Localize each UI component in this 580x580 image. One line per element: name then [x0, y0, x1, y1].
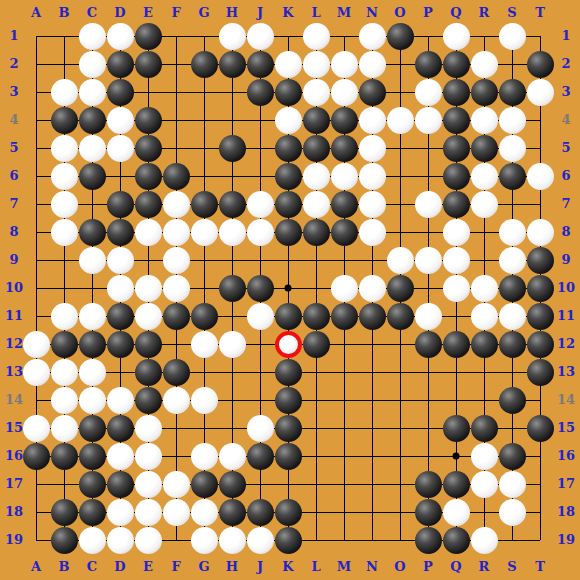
- intersection-J19[interactable]: [246, 526, 274, 554]
- intersection-A19[interactable]: [22, 526, 50, 554]
- intersection-P5[interactable]: [414, 134, 442, 162]
- intersection-B3[interactable]: [50, 78, 78, 106]
- intersection-Q4[interactable]: [442, 106, 470, 134]
- intersection-L9[interactable]: [302, 246, 330, 274]
- intersection-C16[interactable]: [78, 442, 106, 470]
- intersection-O3[interactable]: [386, 78, 414, 106]
- intersection-F7[interactable]: [162, 190, 190, 218]
- intersection-D6[interactable]: [106, 162, 134, 190]
- intersection-O6[interactable]: [386, 162, 414, 190]
- intersection-S6[interactable]: [498, 162, 526, 190]
- intersection-M18[interactable]: [330, 498, 358, 526]
- intersection-E13[interactable]: [134, 358, 162, 386]
- intersection-D12[interactable]: [106, 330, 134, 358]
- intersection-E19[interactable]: [134, 526, 162, 554]
- intersection-B17[interactable]: [50, 470, 78, 498]
- intersection-M12[interactable]: [330, 330, 358, 358]
- intersection-C6[interactable]: [78, 162, 106, 190]
- intersection-T9[interactable]: [526, 246, 554, 274]
- intersection-H19[interactable]: [218, 526, 246, 554]
- intersection-O8[interactable]: [386, 218, 414, 246]
- intersection-J16[interactable]: [246, 442, 274, 470]
- intersection-A9[interactable]: [22, 246, 50, 274]
- intersection-G7[interactable]: [190, 190, 218, 218]
- intersection-C13[interactable]: [78, 358, 106, 386]
- intersection-D16[interactable]: [106, 442, 134, 470]
- intersection-H10[interactable]: [218, 274, 246, 302]
- intersection-F1[interactable]: [162, 22, 190, 50]
- intersection-H18[interactable]: [218, 498, 246, 526]
- intersection-H17[interactable]: [218, 470, 246, 498]
- intersection-S15[interactable]: [498, 414, 526, 442]
- intersection-J4[interactable]: [246, 106, 274, 134]
- intersection-N18[interactable]: [358, 498, 386, 526]
- intersection-A16[interactable]: [22, 442, 50, 470]
- intersection-D1[interactable]: [106, 22, 134, 50]
- intersection-B9[interactable]: [50, 246, 78, 274]
- intersection-E2[interactable]: [134, 50, 162, 78]
- intersection-D4[interactable]: [106, 106, 134, 134]
- intersection-M7[interactable]: [330, 190, 358, 218]
- intersection-B18[interactable]: [50, 498, 78, 526]
- intersection-T3[interactable]: [526, 78, 554, 106]
- intersection-L13[interactable]: [302, 358, 330, 386]
- intersection-O13[interactable]: [386, 358, 414, 386]
- intersection-H13[interactable]: [218, 358, 246, 386]
- intersection-F2[interactable]: [162, 50, 190, 78]
- intersection-S4[interactable]: [498, 106, 526, 134]
- intersection-M14[interactable]: [330, 386, 358, 414]
- intersection-C15[interactable]: [78, 414, 106, 442]
- intersection-R19[interactable]: [470, 526, 498, 554]
- intersection-B14[interactable]: [50, 386, 78, 414]
- intersection-F8[interactable]: [162, 218, 190, 246]
- intersection-K1[interactable]: [274, 22, 302, 50]
- intersection-C9[interactable]: [78, 246, 106, 274]
- intersection-K8[interactable]: [274, 218, 302, 246]
- intersection-O10[interactable]: [386, 274, 414, 302]
- intersection-K13[interactable]: [274, 358, 302, 386]
- intersection-K15[interactable]: [274, 414, 302, 442]
- intersection-O14[interactable]: [386, 386, 414, 414]
- intersection-B8[interactable]: [50, 218, 78, 246]
- intersection-A17[interactable]: [22, 470, 50, 498]
- intersection-A13[interactable]: [22, 358, 50, 386]
- intersection-B12[interactable]: [50, 330, 78, 358]
- intersection-T8[interactable]: [526, 218, 554, 246]
- intersection-P2[interactable]: [414, 50, 442, 78]
- intersection-N5[interactable]: [358, 134, 386, 162]
- intersection-F10[interactable]: [162, 274, 190, 302]
- intersection-L5[interactable]: [302, 134, 330, 162]
- intersection-G5[interactable]: [190, 134, 218, 162]
- intersection-T14[interactable]: [526, 386, 554, 414]
- intersection-Q2[interactable]: [442, 50, 470, 78]
- intersection-M16[interactable]: [330, 442, 358, 470]
- intersection-P13[interactable]: [414, 358, 442, 386]
- intersection-T12[interactable]: [526, 330, 554, 358]
- intersection-D9[interactable]: [106, 246, 134, 274]
- intersection-K3[interactable]: [274, 78, 302, 106]
- intersection-E3[interactable]: [134, 78, 162, 106]
- intersection-R2[interactable]: [470, 50, 498, 78]
- intersection-A1[interactable]: [22, 22, 50, 50]
- intersection-D10[interactable]: [106, 274, 134, 302]
- intersection-T7[interactable]: [526, 190, 554, 218]
- intersection-F4[interactable]: [162, 106, 190, 134]
- intersection-N1[interactable]: [358, 22, 386, 50]
- intersection-Q18[interactable]: [442, 498, 470, 526]
- intersection-T17[interactable]: [526, 470, 554, 498]
- intersection-L14[interactable]: [302, 386, 330, 414]
- intersection-L8[interactable]: [302, 218, 330, 246]
- intersection-G11[interactable]: [190, 302, 218, 330]
- intersection-P18[interactable]: [414, 498, 442, 526]
- intersection-N16[interactable]: [358, 442, 386, 470]
- intersection-N13[interactable]: [358, 358, 386, 386]
- intersection-D7[interactable]: [106, 190, 134, 218]
- intersection-L7[interactable]: [302, 190, 330, 218]
- intersection-D18[interactable]: [106, 498, 134, 526]
- intersection-O2[interactable]: [386, 50, 414, 78]
- intersection-E12[interactable]: [134, 330, 162, 358]
- intersection-J18[interactable]: [246, 498, 274, 526]
- intersection-L3[interactable]: [302, 78, 330, 106]
- intersection-Q5[interactable]: [442, 134, 470, 162]
- intersection-R12[interactable]: [470, 330, 498, 358]
- intersection-O11[interactable]: [386, 302, 414, 330]
- intersection-E5[interactable]: [134, 134, 162, 162]
- intersection-F19[interactable]: [162, 526, 190, 554]
- intersection-G12[interactable]: [190, 330, 218, 358]
- intersection-E11[interactable]: [134, 302, 162, 330]
- intersection-M8[interactable]: [330, 218, 358, 246]
- intersection-Q14[interactable]: [442, 386, 470, 414]
- intersection-T2[interactable]: [526, 50, 554, 78]
- intersection-M1[interactable]: [330, 22, 358, 50]
- intersection-H1[interactable]: [218, 22, 246, 50]
- intersection-C2[interactable]: [78, 50, 106, 78]
- intersection-L4[interactable]: [302, 106, 330, 134]
- intersection-O17[interactable]: [386, 470, 414, 498]
- intersection-R17[interactable]: [470, 470, 498, 498]
- intersection-D13[interactable]: [106, 358, 134, 386]
- intersection-M17[interactable]: [330, 470, 358, 498]
- intersection-L2[interactable]: [302, 50, 330, 78]
- intersection-B13[interactable]: [50, 358, 78, 386]
- intersection-F5[interactable]: [162, 134, 190, 162]
- intersection-R1[interactable]: [470, 22, 498, 50]
- intersection-H8[interactable]: [218, 218, 246, 246]
- intersection-K17[interactable]: [274, 470, 302, 498]
- intersection-T16[interactable]: [526, 442, 554, 470]
- intersection-R7[interactable]: [470, 190, 498, 218]
- intersection-K7[interactable]: [274, 190, 302, 218]
- intersection-L1[interactable]: [302, 22, 330, 50]
- intersection-N19[interactable]: [358, 526, 386, 554]
- intersection-P3[interactable]: [414, 78, 442, 106]
- intersection-T19[interactable]: [526, 526, 554, 554]
- intersection-T13[interactable]: [526, 358, 554, 386]
- intersection-F12[interactable]: [162, 330, 190, 358]
- intersection-O18[interactable]: [386, 498, 414, 526]
- intersection-N3[interactable]: [358, 78, 386, 106]
- intersection-N10[interactable]: [358, 274, 386, 302]
- intersection-G16[interactable]: [190, 442, 218, 470]
- intersection-S7[interactable]: [498, 190, 526, 218]
- intersection-P4[interactable]: [414, 106, 442, 134]
- intersection-M11[interactable]: [330, 302, 358, 330]
- intersection-J8[interactable]: [246, 218, 274, 246]
- intersection-B11[interactable]: [50, 302, 78, 330]
- intersection-K10[interactable]: [274, 274, 302, 302]
- intersection-F16[interactable]: [162, 442, 190, 470]
- intersection-S10[interactable]: [498, 274, 526, 302]
- intersection-R11[interactable]: [470, 302, 498, 330]
- intersection-N7[interactable]: [358, 190, 386, 218]
- intersection-M3[interactable]: [330, 78, 358, 106]
- intersection-M5[interactable]: [330, 134, 358, 162]
- intersection-L15[interactable]: [302, 414, 330, 442]
- intersection-T5[interactable]: [526, 134, 554, 162]
- intersection-T1[interactable]: [526, 22, 554, 50]
- intersection-E18[interactable]: [134, 498, 162, 526]
- intersection-D15[interactable]: [106, 414, 134, 442]
- intersection-G19[interactable]: [190, 526, 218, 554]
- intersection-T6[interactable]: [526, 162, 554, 190]
- intersection-T4[interactable]: [526, 106, 554, 134]
- intersection-O15[interactable]: [386, 414, 414, 442]
- intersection-R9[interactable]: [470, 246, 498, 274]
- intersection-S11[interactable]: [498, 302, 526, 330]
- intersection-H5[interactable]: [218, 134, 246, 162]
- intersection-A8[interactable]: [22, 218, 50, 246]
- intersection-D11[interactable]: [106, 302, 134, 330]
- intersection-N15[interactable]: [358, 414, 386, 442]
- intersection-F11[interactable]: [162, 302, 190, 330]
- intersection-B1[interactable]: [50, 22, 78, 50]
- intersection-S14[interactable]: [498, 386, 526, 414]
- intersection-H7[interactable]: [218, 190, 246, 218]
- intersection-P9[interactable]: [414, 246, 442, 274]
- intersection-B19[interactable]: [50, 526, 78, 554]
- intersection-K11[interactable]: [274, 302, 302, 330]
- intersection-N12[interactable]: [358, 330, 386, 358]
- go-board[interactable]: [22, 22, 554, 554]
- intersection-P11[interactable]: [414, 302, 442, 330]
- intersection-J9[interactable]: [246, 246, 274, 274]
- intersection-A18[interactable]: [22, 498, 50, 526]
- intersection-A14[interactable]: [22, 386, 50, 414]
- intersection-H16[interactable]: [218, 442, 246, 470]
- intersection-A5[interactable]: [22, 134, 50, 162]
- intersection-Q3[interactable]: [442, 78, 470, 106]
- intersection-D3[interactable]: [106, 78, 134, 106]
- intersection-F18[interactable]: [162, 498, 190, 526]
- intersection-F6[interactable]: [162, 162, 190, 190]
- intersection-R10[interactable]: [470, 274, 498, 302]
- intersection-R4[interactable]: [470, 106, 498, 134]
- intersection-O16[interactable]: [386, 442, 414, 470]
- intersection-C17[interactable]: [78, 470, 106, 498]
- intersection-T11[interactable]: [526, 302, 554, 330]
- intersection-B5[interactable]: [50, 134, 78, 162]
- intersection-Q11[interactable]: [442, 302, 470, 330]
- intersection-L17[interactable]: [302, 470, 330, 498]
- intersection-H12[interactable]: [218, 330, 246, 358]
- intersection-N11[interactable]: [358, 302, 386, 330]
- intersection-D17[interactable]: [106, 470, 134, 498]
- intersection-F9[interactable]: [162, 246, 190, 274]
- intersection-Q17[interactable]: [442, 470, 470, 498]
- intersection-D2[interactable]: [106, 50, 134, 78]
- intersection-G9[interactable]: [190, 246, 218, 274]
- intersection-C5[interactable]: [78, 134, 106, 162]
- intersection-C7[interactable]: [78, 190, 106, 218]
- intersection-E4[interactable]: [134, 106, 162, 134]
- intersection-R18[interactable]: [470, 498, 498, 526]
- intersection-N14[interactable]: [358, 386, 386, 414]
- intersection-J6[interactable]: [246, 162, 274, 190]
- intersection-H15[interactable]: [218, 414, 246, 442]
- intersection-D5[interactable]: [106, 134, 134, 162]
- intersection-S16[interactable]: [498, 442, 526, 470]
- intersection-Q19[interactable]: [442, 526, 470, 554]
- intersection-S1[interactable]: [498, 22, 526, 50]
- intersection-E17[interactable]: [134, 470, 162, 498]
- intersection-K6[interactable]: [274, 162, 302, 190]
- intersection-G4[interactable]: [190, 106, 218, 134]
- intersection-P8[interactable]: [414, 218, 442, 246]
- intersection-S19[interactable]: [498, 526, 526, 554]
- intersection-R15[interactable]: [470, 414, 498, 442]
- intersection-H14[interactable]: [218, 386, 246, 414]
- intersection-M13[interactable]: [330, 358, 358, 386]
- intersection-B7[interactable]: [50, 190, 78, 218]
- intersection-E9[interactable]: [134, 246, 162, 274]
- intersection-H11[interactable]: [218, 302, 246, 330]
- intersection-O5[interactable]: [386, 134, 414, 162]
- intersection-P19[interactable]: [414, 526, 442, 554]
- intersection-J3[interactable]: [246, 78, 274, 106]
- intersection-F3[interactable]: [162, 78, 190, 106]
- intersection-J14[interactable]: [246, 386, 274, 414]
- intersection-P15[interactable]: [414, 414, 442, 442]
- intersection-J1[interactable]: [246, 22, 274, 50]
- intersection-K18[interactable]: [274, 498, 302, 526]
- intersection-L18[interactable]: [302, 498, 330, 526]
- intersection-C3[interactable]: [78, 78, 106, 106]
- intersection-S9[interactable]: [498, 246, 526, 274]
- intersection-N2[interactable]: [358, 50, 386, 78]
- intersection-E6[interactable]: [134, 162, 162, 190]
- intersection-J10[interactable]: [246, 274, 274, 302]
- intersection-S8[interactable]: [498, 218, 526, 246]
- intersection-M6[interactable]: [330, 162, 358, 190]
- intersection-T10[interactable]: [526, 274, 554, 302]
- intersection-K4[interactable]: [274, 106, 302, 134]
- intersection-A4[interactable]: [22, 106, 50, 134]
- intersection-O1[interactable]: [386, 22, 414, 50]
- intersection-S2[interactable]: [498, 50, 526, 78]
- intersection-G18[interactable]: [190, 498, 218, 526]
- intersection-C12[interactable]: [78, 330, 106, 358]
- intersection-H3[interactable]: [218, 78, 246, 106]
- intersection-R8[interactable]: [470, 218, 498, 246]
- intersection-R6[interactable]: [470, 162, 498, 190]
- intersection-B15[interactable]: [50, 414, 78, 442]
- intersection-K9[interactable]: [274, 246, 302, 274]
- intersection-K14[interactable]: [274, 386, 302, 414]
- intersection-B4[interactable]: [50, 106, 78, 134]
- intersection-O7[interactable]: [386, 190, 414, 218]
- intersection-Q9[interactable]: [442, 246, 470, 274]
- intersection-A11[interactable]: [22, 302, 50, 330]
- intersection-J15[interactable]: [246, 414, 274, 442]
- intersection-M4[interactable]: [330, 106, 358, 134]
- intersection-Q7[interactable]: [442, 190, 470, 218]
- intersection-Q6[interactable]: [442, 162, 470, 190]
- intersection-F17[interactable]: [162, 470, 190, 498]
- intersection-G2[interactable]: [190, 50, 218, 78]
- intersection-J11[interactable]: [246, 302, 274, 330]
- intersection-O9[interactable]: [386, 246, 414, 274]
- intersection-K5[interactable]: [274, 134, 302, 162]
- intersection-R3[interactable]: [470, 78, 498, 106]
- intersection-K16[interactable]: [274, 442, 302, 470]
- intersection-S13[interactable]: [498, 358, 526, 386]
- intersection-L16[interactable]: [302, 442, 330, 470]
- intersection-G13[interactable]: [190, 358, 218, 386]
- intersection-C11[interactable]: [78, 302, 106, 330]
- intersection-P6[interactable]: [414, 162, 442, 190]
- intersection-H6[interactable]: [218, 162, 246, 190]
- intersection-C18[interactable]: [78, 498, 106, 526]
- intersection-G3[interactable]: [190, 78, 218, 106]
- intersection-P10[interactable]: [414, 274, 442, 302]
- intersection-G14[interactable]: [190, 386, 218, 414]
- intersection-G17[interactable]: [190, 470, 218, 498]
- intersection-C1[interactable]: [78, 22, 106, 50]
- intersection-Q10[interactable]: [442, 274, 470, 302]
- intersection-M2[interactable]: [330, 50, 358, 78]
- intersection-Q8[interactable]: [442, 218, 470, 246]
- intersection-K2[interactable]: [274, 50, 302, 78]
- intersection-Q15[interactable]: [442, 414, 470, 442]
- intersection-E14[interactable]: [134, 386, 162, 414]
- intersection-L10[interactable]: [302, 274, 330, 302]
- intersection-C4[interactable]: [78, 106, 106, 134]
- intersection-S3[interactable]: [498, 78, 526, 106]
- intersection-Q13[interactable]: [442, 358, 470, 386]
- intersection-A3[interactable]: [22, 78, 50, 106]
- intersection-P7[interactable]: [414, 190, 442, 218]
- intersection-J7[interactable]: [246, 190, 274, 218]
- intersection-G1[interactable]: [190, 22, 218, 50]
- intersection-G8[interactable]: [190, 218, 218, 246]
- intersection-L12[interactable]: [302, 330, 330, 358]
- intersection-J17[interactable]: [246, 470, 274, 498]
- intersection-A7[interactable]: [22, 190, 50, 218]
- intersection-C10[interactable]: [78, 274, 106, 302]
- intersection-J5[interactable]: [246, 134, 274, 162]
- intersection-C14[interactable]: [78, 386, 106, 414]
- intersection-H4[interactable]: [218, 106, 246, 134]
- intersection-S12[interactable]: [498, 330, 526, 358]
- intersection-F14[interactable]: [162, 386, 190, 414]
- intersection-E7[interactable]: [134, 190, 162, 218]
- intersection-L11[interactable]: [302, 302, 330, 330]
